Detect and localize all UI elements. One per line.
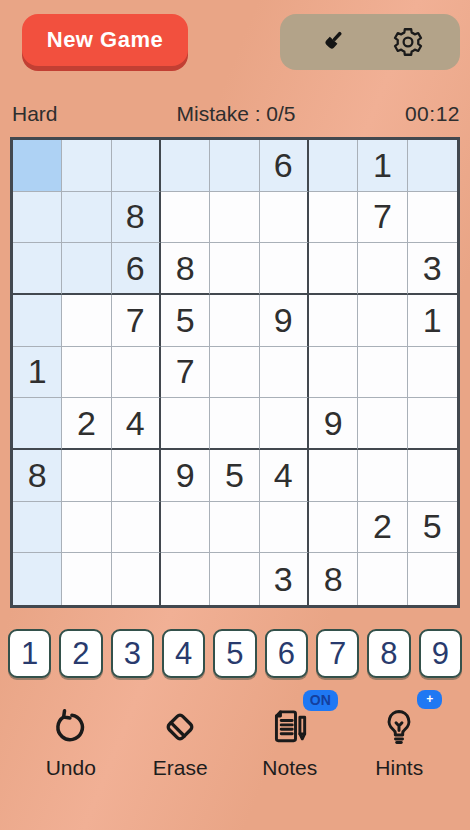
- cell-r1c5[interactable]: [210, 140, 259, 192]
- cell-r7c3[interactable]: [112, 450, 161, 502]
- hints-icon: +: [378, 700, 420, 748]
- cell-r3c6[interactable]: [260, 243, 309, 295]
- cell-r1c8[interactable]: 1: [358, 140, 407, 192]
- cell-r5c9[interactable]: [408, 347, 457, 399]
- cell-r2c8[interactable]: 7: [358, 192, 407, 244]
- cell-r6c5[interactable]: [210, 398, 259, 450]
- mistake-counter: Mistake : 0/5: [144, 102, 328, 126]
- cell-r9c1[interactable]: [13, 553, 62, 605]
- cell-r8c3[interactable]: [112, 502, 161, 554]
- gear-icon[interactable]: [391, 25, 425, 59]
- cell-r1c4[interactable]: [161, 140, 210, 192]
- cell-r3c2[interactable]: [62, 243, 111, 295]
- new-game-button[interactable]: New Game: [22, 14, 188, 66]
- numpad-key-4[interactable]: 4: [162, 629, 205, 678]
- cell-r1c7[interactable]: [309, 140, 358, 192]
- hints-plus-badge: +: [417, 690, 442, 709]
- status-bar: Hard Mistake : 0/5 00:12: [0, 102, 470, 126]
- cell-r4c3[interactable]: 7: [112, 295, 161, 347]
- cell-r5c2[interactable]: [62, 347, 111, 399]
- numpad-key-8[interactable]: 8: [367, 629, 410, 678]
- notes-button[interactable]: ON Notes: [240, 700, 340, 780]
- cell-r8c7[interactable]: [309, 502, 358, 554]
- erase-label: Erase: [153, 756, 208, 780]
- cell-r6c7[interactable]: 9: [309, 398, 358, 450]
- hints-button[interactable]: + Hints: [349, 700, 449, 780]
- cell-r1c6[interactable]: 6: [260, 140, 309, 192]
- timer: 00:12: [328, 102, 460, 126]
- sudoku-board: 618768375911724989542538: [10, 137, 460, 608]
- notes-on-badge: ON: [303, 690, 338, 711]
- cell-r7c9[interactable]: [408, 450, 457, 502]
- cell-r9c8[interactable]: [358, 553, 407, 605]
- cell-r2c4[interactable]: [161, 192, 210, 244]
- cell-r5c5[interactable]: [210, 347, 259, 399]
- cell-r1c1[interactable]: [13, 140, 62, 192]
- cell-r3c9[interactable]: 3: [408, 243, 457, 295]
- cell-r5c3[interactable]: [112, 347, 161, 399]
- cell-r5c7[interactable]: [309, 347, 358, 399]
- cell-r2c9[interactable]: [408, 192, 457, 244]
- cell-r6c4[interactable]: [161, 398, 210, 450]
- cell-r8c8[interactable]: 2: [358, 502, 407, 554]
- difficulty-label: Hard: [12, 102, 144, 126]
- numpad-key-1[interactable]: 1: [8, 629, 51, 678]
- cell-r2c5[interactable]: [210, 192, 259, 244]
- cell-r4c2[interactable]: [62, 295, 111, 347]
- cell-r8c6[interactable]: [260, 502, 309, 554]
- cell-r2c3[interactable]: 8: [112, 192, 161, 244]
- cell-r7c2[interactable]: [62, 450, 111, 502]
- cell-r5c1[interactable]: 1: [13, 347, 62, 399]
- cell-r9c4[interactable]: [161, 553, 210, 605]
- numpad-key-3[interactable]: 3: [111, 629, 154, 678]
- cell-r9c6[interactable]: 3: [260, 553, 309, 605]
- cell-r7c4[interactable]: 9: [161, 450, 210, 502]
- cell-r3c8[interactable]: [358, 243, 407, 295]
- notes-icon: ON: [268, 700, 312, 748]
- cell-r7c5[interactable]: 5: [210, 450, 259, 502]
- cell-r8c4[interactable]: [161, 502, 210, 554]
- cell-r6c3[interactable]: 4: [112, 398, 161, 450]
- cell-r4c8[interactable]: [358, 295, 407, 347]
- cell-r9c9[interactable]: [408, 553, 457, 605]
- cell-r7c1[interactable]: 8: [13, 450, 62, 502]
- undo-label: Undo: [46, 756, 96, 780]
- cell-r6c1[interactable]: [13, 398, 62, 450]
- toolbar: Undo Erase ON Notes: [0, 700, 470, 780]
- cell-r2c1[interactable]: [13, 192, 62, 244]
- paintbrush-icon[interactable]: [315, 25, 349, 59]
- cell-r8c1[interactable]: [13, 502, 62, 554]
- numpad-key-2[interactable]: 2: [59, 629, 102, 678]
- cell-r4c4[interactable]: 5: [161, 295, 210, 347]
- cell-r6c2[interactable]: 2: [62, 398, 111, 450]
- cell-r9c7[interactable]: 8: [309, 553, 358, 605]
- eraser-icon: [159, 700, 201, 748]
- cell-r9c2[interactable]: [62, 553, 111, 605]
- cell-r4c9[interactable]: 1: [408, 295, 457, 347]
- cell-r3c5[interactable]: [210, 243, 259, 295]
- undo-icon: [50, 700, 92, 748]
- cell-r5c4[interactable]: 7: [161, 347, 210, 399]
- tools-panel: [280, 14, 460, 70]
- numpad-key-5[interactable]: 5: [213, 629, 256, 678]
- cell-r7c6[interactable]: 4: [260, 450, 309, 502]
- numpad-key-6[interactable]: 6: [265, 629, 308, 678]
- cell-r5c6[interactable]: [260, 347, 309, 399]
- cell-r6c8[interactable]: [358, 398, 407, 450]
- cell-r3c7[interactable]: [309, 243, 358, 295]
- cell-r4c6[interactable]: 9: [260, 295, 309, 347]
- cell-r6c9[interactable]: [408, 398, 457, 450]
- cell-r8c9[interactable]: 5: [408, 502, 457, 554]
- cell-r3c4[interactable]: 8: [161, 243, 210, 295]
- cell-r1c3[interactable]: [112, 140, 161, 192]
- cell-r4c1[interactable]: [13, 295, 62, 347]
- erase-button[interactable]: Erase: [130, 700, 230, 780]
- cell-r2c2[interactable]: [62, 192, 111, 244]
- cell-r1c2[interactable]: [62, 140, 111, 192]
- cell-r3c1[interactable]: [13, 243, 62, 295]
- cell-r4c7[interactable]: [309, 295, 358, 347]
- undo-button[interactable]: Undo: [21, 700, 121, 780]
- cell-r7c7[interactable]: [309, 450, 358, 502]
- cell-r1c9[interactable]: [408, 140, 457, 192]
- cell-r6c6[interactable]: [260, 398, 309, 450]
- cell-r2c7[interactable]: [309, 192, 358, 244]
- hints-label: Hints: [375, 756, 423, 780]
- numpad-key-9[interactable]: 9: [419, 629, 462, 678]
- cell-r8c2[interactable]: [62, 502, 111, 554]
- notes-label: Notes: [262, 756, 317, 780]
- cell-r9c5[interactable]: [210, 553, 259, 605]
- numpad-key-7[interactable]: 7: [316, 629, 359, 678]
- number-pad: 123456789: [8, 629, 462, 678]
- cell-r5c8[interactable]: [358, 347, 407, 399]
- cell-r2c6[interactable]: [260, 192, 309, 244]
- cell-r8c5[interactable]: [210, 502, 259, 554]
- cell-r7c8[interactable]: [358, 450, 407, 502]
- cell-r4c5[interactable]: [210, 295, 259, 347]
- header: New Game: [0, 0, 470, 70]
- cell-r3c3[interactable]: 6: [112, 243, 161, 295]
- cell-r9c3[interactable]: [112, 553, 161, 605]
